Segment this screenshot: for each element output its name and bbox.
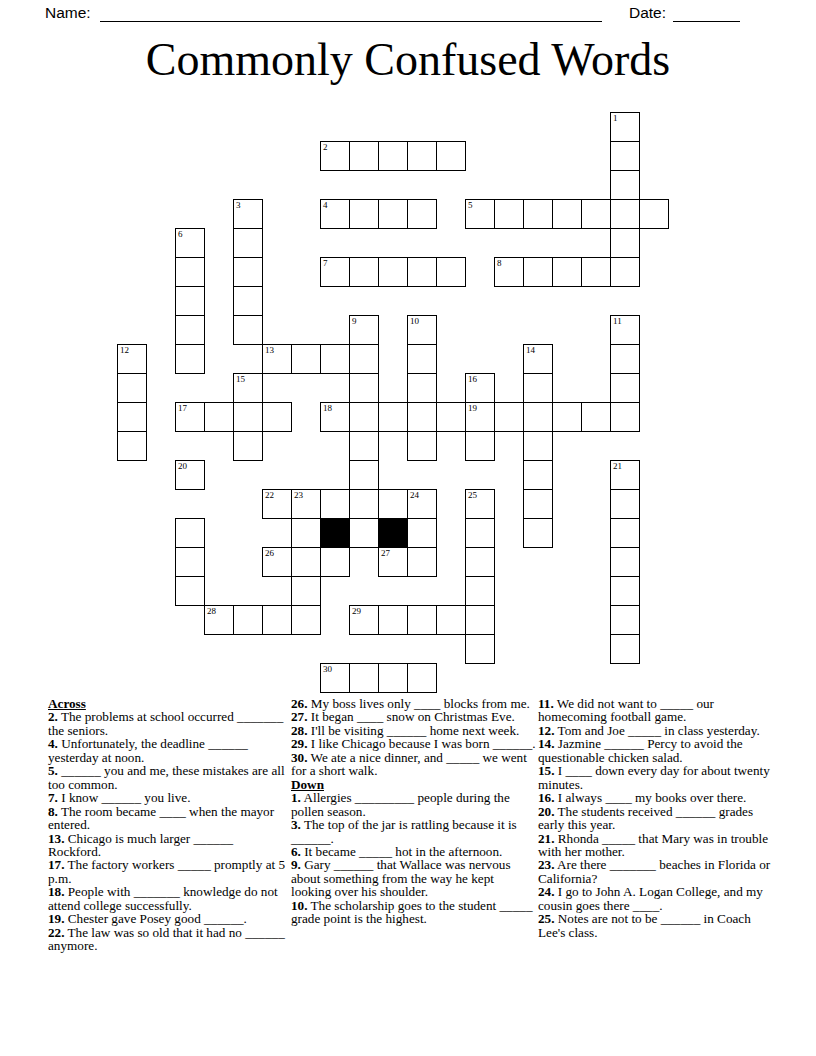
grid-cell-r12c8[interactable] bbox=[349, 460, 379, 490]
clue-number: 1. bbox=[291, 790, 301, 805]
grid-cell-r5c11[interactable] bbox=[436, 257, 466, 287]
grid-cell-r5c16[interactable] bbox=[581, 257, 611, 287]
clue-column: Across2. The problems at school occurred… bbox=[48, 697, 288, 953]
grid-cell-r13c17[interactable] bbox=[610, 489, 640, 519]
grid-cell-r13c14[interactable] bbox=[523, 489, 553, 519]
clue-down-1: 1. Allergies _________ people during the… bbox=[291, 791, 536, 818]
grid-cell-r11c14[interactable] bbox=[523, 431, 553, 461]
grid-cell-r19c8[interactable] bbox=[349, 663, 379, 693]
clue-number: 30. bbox=[291, 750, 307, 765]
grid-cell-r14c8[interactable] bbox=[349, 518, 379, 548]
clue-down-20: 20. The students received ______ grades … bbox=[538, 805, 778, 832]
grid-cell-r3c8[interactable] bbox=[349, 199, 379, 229]
grid-cell-r3c15[interactable] bbox=[552, 199, 582, 229]
clue-number: 23. bbox=[538, 857, 554, 872]
grid-cell-r17c4[interactable] bbox=[233, 605, 263, 635]
grid-cell-r5c10[interactable] bbox=[407, 257, 437, 287]
clue-down-6: 6. It became _____ hot in the afternoon. bbox=[291, 845, 536, 858]
grid-cell-r10c3[interactable] bbox=[204, 402, 234, 432]
clue-down-9: 9. Gary ______ that Wallace was nervous … bbox=[291, 858, 536, 898]
grid-cell-r1c11[interactable] bbox=[436, 141, 466, 171]
grid-cell-r1c10[interactable] bbox=[407, 141, 437, 171]
clue-number: 21. bbox=[538, 831, 554, 846]
grid-cell-r1c8[interactable] bbox=[349, 141, 379, 171]
clue-number: 25. bbox=[538, 911, 554, 926]
grid-cell-r13c7[interactable] bbox=[320, 489, 350, 519]
cell-number: 24 bbox=[410, 491, 419, 500]
clue-down-24: 24. I go to John A. Logan College, and m… bbox=[538, 885, 778, 912]
grid-cell-r9c17[interactable] bbox=[610, 373, 640, 403]
grid-cell-r13c5[interactable]: 22 bbox=[262, 489, 292, 519]
grid-cell-r17c8[interactable]: 29 bbox=[349, 605, 379, 635]
clue-down-10: 10. The scholarship goes to the student … bbox=[291, 899, 536, 926]
grid-cell-r10c4[interactable] bbox=[233, 402, 263, 432]
clue-across-19: 19. Chester gave Posey good ______. bbox=[48, 912, 288, 925]
grid-cell-r3c17[interactable] bbox=[610, 199, 640, 229]
grid-cell-r15c2[interactable] bbox=[175, 547, 205, 577]
page-title: Commonly Confused Words bbox=[0, 30, 816, 90]
grid-cell-r11c8[interactable] bbox=[349, 431, 379, 461]
cell-number: 7 bbox=[323, 259, 328, 268]
grid-cell-r19c10[interactable] bbox=[407, 663, 437, 693]
clue-down-25: 25. Notes are not to be ______ in Coach … bbox=[538, 912, 778, 939]
clue-across-2: 2. The problems at school occurred _____… bbox=[48, 710, 288, 737]
cell-number: 1 bbox=[613, 114, 618, 123]
cell-number: 22 bbox=[265, 491, 274, 500]
cell-number: 2 bbox=[323, 143, 328, 152]
grid-cell-r15c10[interactable] bbox=[407, 547, 437, 577]
cell-number: 16 bbox=[468, 375, 477, 384]
clue-down-16: 16. I always ____ my books over there. bbox=[538, 791, 778, 804]
grid-cell-r3c12[interactable]: 5 bbox=[465, 199, 495, 229]
grid-cell-r9c12[interactable]: 16 bbox=[465, 373, 495, 403]
name-label: Name: bbox=[45, 4, 91, 22]
clue-across-4: 4. Unfortunately, the deadline ______ ye… bbox=[48, 737, 288, 764]
grid-cell-r3c13[interactable] bbox=[494, 199, 524, 229]
clue-number: 8. bbox=[48, 804, 58, 819]
clue-number: 17. bbox=[48, 857, 64, 872]
cell-number: 25 bbox=[468, 491, 477, 500]
grid-cell-r5c9[interactable] bbox=[378, 257, 408, 287]
grid-cell-r10c9[interactable] bbox=[378, 402, 408, 432]
grid-cell-r13c10[interactable]: 24 bbox=[407, 489, 437, 519]
grid-cell-r13c8[interactable] bbox=[349, 489, 379, 519]
clue-across-8: 8. The room became ____ when the mayor e… bbox=[48, 805, 288, 832]
grid-cell-r18c17[interactable] bbox=[610, 634, 640, 664]
grid-cell-r6c2[interactable] bbox=[175, 286, 205, 316]
cell-number: 8 bbox=[497, 259, 502, 268]
clue-number: 15. bbox=[538, 763, 554, 778]
grid-cell-r19c7[interactable]: 30 bbox=[320, 663, 350, 693]
grid-cell-r15c6[interactable] bbox=[291, 547, 321, 577]
grid-cell-r17c3[interactable]: 28 bbox=[204, 605, 234, 635]
cell-number: 28 bbox=[207, 607, 216, 616]
grid-cell-r4c4[interactable] bbox=[233, 228, 263, 258]
grid-cell-r3c7[interactable]: 4 bbox=[320, 199, 350, 229]
worksheet: Name: Date: Commonly Confused Words 1234… bbox=[0, 0, 816, 1056]
grid-cell-r7c10[interactable]: 10 bbox=[407, 315, 437, 345]
cell-number: 11 bbox=[613, 317, 622, 326]
clue-column: 11. We did not want to _____ our homecom… bbox=[538, 697, 778, 953]
cell-number: 20 bbox=[178, 462, 187, 471]
cell-number: 26 bbox=[265, 549, 274, 558]
grid-cell-r17c17[interactable] bbox=[610, 605, 640, 635]
grid-cell-r8c10[interactable] bbox=[407, 344, 437, 374]
cell-number: 27 bbox=[381, 549, 390, 558]
grid-cell-r6c4[interactable] bbox=[233, 286, 263, 316]
grid-cell-r19c9[interactable] bbox=[378, 663, 408, 693]
grid-cell-r8c6[interactable] bbox=[291, 344, 321, 374]
grid-cell-r1c9[interactable] bbox=[378, 141, 408, 171]
grid-cell-r8c17[interactable] bbox=[610, 344, 640, 374]
grid-cell-r3c4[interactable]: 3 bbox=[233, 199, 263, 229]
clue-number: 4. bbox=[48, 736, 58, 751]
grid-cell-r16c12[interactable] bbox=[465, 576, 495, 606]
clue-across-26: 26. My boss lives only ____ blocks from … bbox=[291, 697, 536, 710]
grid-cell-r9c8[interactable] bbox=[349, 373, 379, 403]
grid-cell-r3c9[interactable] bbox=[378, 199, 408, 229]
cell-number: 4 bbox=[323, 201, 328, 210]
grid-cell-r8c7[interactable] bbox=[320, 344, 350, 374]
date-input-line[interactable] bbox=[673, 5, 740, 22]
clue-column: 26. My boss lives only ____ blocks from … bbox=[291, 697, 536, 953]
clue-number: 2. bbox=[48, 709, 58, 724]
grid-cell-r14c2[interactable] bbox=[175, 518, 205, 548]
grid-cell-r15c12[interactable] bbox=[465, 547, 495, 577]
clue-across-13: 13. Chicago is much larger ______ Rockfo… bbox=[48, 832, 288, 859]
cell-number: 17 bbox=[178, 404, 187, 413]
clue-down-21: 21. Rhonda _____ that Mary was in troubl… bbox=[538, 832, 778, 859]
grid-cell-r14c6[interactable] bbox=[291, 518, 321, 548]
grid-cell-r3c10[interactable] bbox=[407, 199, 437, 229]
clue-number: 3. bbox=[291, 817, 301, 832]
grid-cell-r17c5[interactable] bbox=[262, 605, 292, 635]
clue-number: 18. bbox=[48, 884, 64, 899]
cell-number: 29 bbox=[352, 607, 361, 616]
grid-cell-r9c14[interactable] bbox=[523, 373, 553, 403]
cell-number: 14 bbox=[526, 346, 535, 355]
grid-cell-r14c10[interactable] bbox=[407, 518, 437, 548]
clue-down-12: 12. Tom and Joe _____ in class yesterday… bbox=[538, 724, 778, 737]
cell-number: 21 bbox=[613, 462, 622, 471]
grid-cell-r14c14[interactable] bbox=[523, 518, 553, 548]
grid-cell-r14c12[interactable] bbox=[465, 518, 495, 548]
grid-cell-r10c5[interactable] bbox=[262, 402, 292, 432]
grid-cell-r15c9[interactable]: 27 bbox=[378, 547, 408, 577]
clue-number: 13. bbox=[48, 831, 64, 846]
grid-cell-r16c17[interactable] bbox=[610, 576, 640, 606]
cell-number: 12 bbox=[120, 346, 129, 355]
grid-cell-r17c9[interactable] bbox=[378, 605, 408, 635]
grid-cell-r7c8[interactable]: 9 bbox=[349, 315, 379, 345]
grid-cell-r9c0[interactable] bbox=[117, 373, 147, 403]
clue-number: 20. bbox=[538, 804, 554, 819]
grid-cell-r8c0[interactable]: 12 bbox=[117, 344, 147, 374]
clue-number: 24. bbox=[538, 884, 554, 899]
clue-across-5: 5. ______ you and me, these mistakes are… bbox=[48, 764, 288, 791]
cell-number: 10 bbox=[410, 317, 419, 326]
clue-number: 10. bbox=[291, 898, 307, 913]
grid-cell-r16c6[interactable] bbox=[291, 576, 321, 606]
cell-number: 6 bbox=[178, 230, 183, 239]
header-row: Name: Date: bbox=[45, 4, 740, 22]
grid-cell-r5c8[interactable] bbox=[349, 257, 379, 287]
clue-down-11: 11. We did not want to _____ our homecom… bbox=[538, 697, 778, 724]
clue-across-18: 18. People with _______ knowledge do not… bbox=[48, 885, 288, 912]
grid-cell-r13c6[interactable]: 23 bbox=[291, 489, 321, 519]
grid-cell-r16c2[interactable] bbox=[175, 576, 205, 606]
grid-cell-r9c4[interactable]: 15 bbox=[233, 373, 263, 403]
grid-cell-r5c7[interactable]: 7 bbox=[320, 257, 350, 287]
grid-cell-r10c12[interactable]: 19 bbox=[465, 402, 495, 432]
black-cell bbox=[320, 518, 350, 548]
grid-cell-r10c2[interactable]: 17 bbox=[175, 402, 205, 432]
grid-cell-r7c17[interactable]: 11 bbox=[610, 315, 640, 345]
cell-number: 3 bbox=[236, 201, 241, 210]
clue-across-29: 29. I like Chicago because I was born __… bbox=[291, 737, 536, 750]
grid-cell-r11c10[interactable] bbox=[407, 431, 437, 461]
grid-cell-r8c5[interactable]: 13 bbox=[262, 344, 292, 374]
grid-cell-r3c14[interactable] bbox=[523, 199, 553, 229]
grid-cell-r10c14[interactable] bbox=[523, 402, 553, 432]
clue-across-28: 28. I'll be visiting ______ home next we… bbox=[291, 724, 536, 737]
cell-number: 9 bbox=[352, 317, 357, 326]
cell-number: 13 bbox=[265, 346, 274, 355]
grid-cell-r15c17[interactable] bbox=[610, 547, 640, 577]
grid-cell-r5c4[interactable] bbox=[233, 257, 263, 287]
clue-across-27: 27. It began ____ snow on Christmas Eve. bbox=[291, 710, 536, 723]
clue-across-17: 17. The factory workers _____ promptly a… bbox=[48, 858, 288, 885]
grid-cell-r10c16[interactable] bbox=[581, 402, 611, 432]
grid-cell-r7c2[interactable] bbox=[175, 315, 205, 345]
grid-cell-r5c13[interactable]: 8 bbox=[494, 257, 524, 287]
grid-cell-r12c17[interactable]: 21 bbox=[610, 460, 640, 490]
grid-cell-r17c6[interactable] bbox=[291, 605, 321, 635]
grid-cell-r1c17[interactable] bbox=[610, 141, 640, 171]
grid-cell-r10c0[interactable] bbox=[117, 402, 147, 432]
clue-down-14: 14. Jazmine ______ Percy to avoid the qu… bbox=[538, 737, 778, 764]
cell-number: 30 bbox=[323, 665, 332, 674]
grid-cell-r0c17[interactable]: 1 bbox=[610, 112, 640, 142]
grid-cell-r5c14[interactable] bbox=[523, 257, 553, 287]
grid-cell-r17c11[interactable] bbox=[436, 605, 466, 635]
grid-cell-r15c5[interactable]: 26 bbox=[262, 547, 292, 577]
cell-number: 19 bbox=[468, 404, 477, 413]
clue-number: 11. bbox=[538, 696, 554, 711]
down-header: Down bbox=[291, 778, 536, 791]
black-cell bbox=[378, 518, 408, 548]
grid-cell-r11c0[interactable] bbox=[117, 431, 147, 461]
grid-cell-r3c18[interactable] bbox=[639, 199, 669, 229]
name-input-line[interactable] bbox=[100, 5, 602, 22]
grid-cell-r15c7[interactable] bbox=[320, 547, 350, 577]
grid-cell-r12c14[interactable] bbox=[523, 460, 553, 490]
clue-number: 22. bbox=[48, 925, 64, 940]
date-label: Date: bbox=[629, 4, 666, 22]
grid-cell-r5c15[interactable] bbox=[552, 257, 582, 287]
clue-down-15: 15. I ____ down every day for about twen… bbox=[538, 764, 778, 791]
grid-cell-r17c12[interactable] bbox=[465, 605, 495, 635]
cell-number: 18 bbox=[323, 404, 332, 413]
grid-cell-r4c2[interactable]: 6 bbox=[175, 228, 205, 258]
grid-cell-r9c10[interactable] bbox=[407, 373, 437, 403]
grid-cell-r1c7[interactable]: 2 bbox=[320, 141, 350, 171]
clue-across-30: 30. We ate a nice dinner, and _____ we w… bbox=[291, 751, 536, 778]
clue-number: 9. bbox=[291, 857, 301, 872]
grid-cell-r10c17[interactable] bbox=[610, 402, 640, 432]
grid-cell-r8c2[interactable] bbox=[175, 344, 205, 374]
crossword-grid: 1234567891011121314151617181920212223242… bbox=[117, 112, 699, 694]
grid-cell-r10c13[interactable] bbox=[494, 402, 524, 432]
grid-cell-r2c17[interactable] bbox=[610, 170, 640, 200]
clue-across-7: 7. I know ______ you live. bbox=[48, 791, 288, 804]
grid-cell-r12c2[interactable]: 20 bbox=[175, 460, 205, 490]
cell-number: 15 bbox=[236, 375, 245, 384]
grid-cell-r10c7[interactable]: 18 bbox=[320, 402, 350, 432]
clue-number: 14. bbox=[538, 736, 554, 751]
grid-cell-r13c12[interactable]: 25 bbox=[465, 489, 495, 519]
grid-cell-r18c12[interactable] bbox=[465, 634, 495, 664]
grid-cell-r17c10[interactable] bbox=[407, 605, 437, 635]
grid-cell-r14c17[interactable] bbox=[610, 518, 640, 548]
grid-cell-r11c4[interactable] bbox=[233, 431, 263, 461]
grid-cell-r13c9[interactable] bbox=[378, 489, 408, 519]
grid-cell-r10c10[interactable] bbox=[407, 402, 437, 432]
grid-cell-r4c17[interactable] bbox=[610, 228, 640, 258]
grid-cell-r8c14[interactable]: 14 bbox=[523, 344, 553, 374]
grid-cell-r11c12[interactable] bbox=[465, 431, 495, 461]
clue-across-22: 22. The law was so old that it had no __… bbox=[48, 926, 288, 953]
across-header: Across bbox=[48, 697, 288, 710]
grid-cell-r5c17[interactable] bbox=[610, 257, 640, 287]
grid-cell-r10c15[interactable] bbox=[552, 402, 582, 432]
grid-cell-r8c8[interactable] bbox=[349, 344, 379, 374]
clue-number: 5. bbox=[48, 763, 58, 778]
clue-down-23: 23. Are there _______ beaches in Florida… bbox=[538, 858, 778, 885]
clue-down-3: 3. The top of the jar is rattling becaus… bbox=[291, 818, 536, 845]
grid-cell-r10c8[interactable] bbox=[349, 402, 379, 432]
grid-cell-r10c11[interactable] bbox=[436, 402, 466, 432]
grid-cell-r3c16[interactable] bbox=[581, 199, 611, 229]
clues-area: Across2. The problems at school occurred… bbox=[48, 697, 778, 953]
grid-cell-r7c4[interactable] bbox=[233, 315, 263, 345]
grid-cell-r5c2[interactable] bbox=[175, 257, 205, 287]
cell-number: 5 bbox=[468, 201, 473, 210]
cell-number: 23 bbox=[294, 491, 303, 500]
